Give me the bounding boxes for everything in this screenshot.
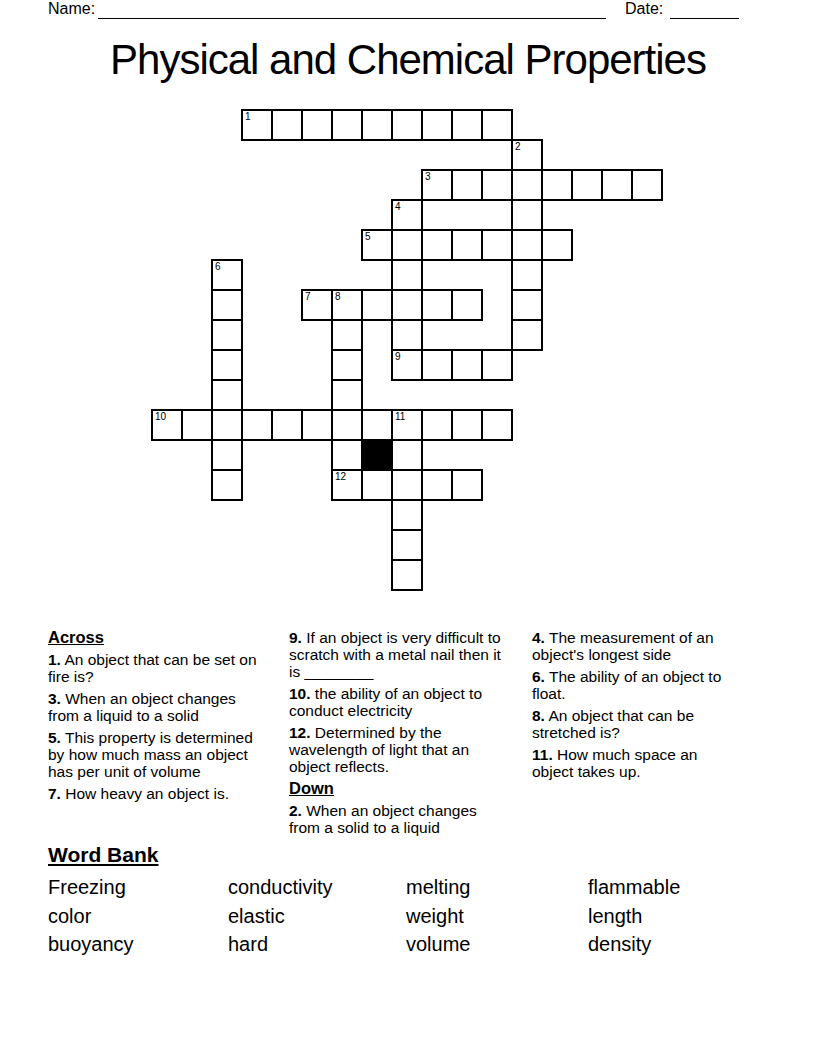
grid-cell[interactable]: 2 [511, 139, 543, 171]
grid-cell[interactable] [361, 409, 393, 441]
word-bank-item: hard [228, 930, 406, 959]
grid-cell[interactable] [451, 109, 483, 141]
grid-cell[interactable] [451, 409, 483, 441]
grid-cell[interactable]: 4 [391, 199, 423, 231]
clue-text: Determined by the wavelength of light th… [289, 724, 469, 775]
grid-cell[interactable] [391, 319, 423, 351]
grid-cell[interactable]: 9 [391, 349, 423, 381]
grid-cell[interactable] [211, 289, 243, 321]
clue-across-3: 3. When an object changes from a liquid … [48, 690, 260, 724]
clue-number-label: 12. [289, 724, 311, 741]
grid-cell[interactable] [451, 289, 483, 321]
name-label: Name: [48, 0, 95, 18]
clue-number-label: 2. [289, 802, 302, 819]
grid-cell[interactable] [331, 409, 363, 441]
grid-cell[interactable]: 1 [241, 109, 273, 141]
clue-number-label: 6. [532, 668, 545, 685]
grid-cell[interactable] [511, 229, 543, 261]
clue-across-9: 9. If an object is very difficult to scr… [289, 629, 509, 680]
grid-cell[interactable] [301, 409, 333, 441]
clue-text: This property is determined by how much … [48, 729, 253, 780]
grid-cell[interactable] [481, 169, 513, 201]
grid-cell[interactable] [391, 499, 423, 531]
grid-cell[interactable] [331, 319, 363, 351]
date-label: Date: [625, 0, 663, 18]
clue-across-10: 10. the ability of an object to conduct … [289, 685, 509, 719]
word-bank-item: weight [406, 902, 588, 931]
clue-text: When an object changes from a solid to a… [289, 802, 477, 836]
grid-cell[interactable] [421, 409, 453, 441]
date-input-line[interactable] [670, 16, 739, 19]
grid-cell[interactable] [481, 349, 513, 381]
clue-text: When an object changes from a liquid to … [48, 690, 236, 724]
clue-text: If an object is very difficult to scratc… [289, 629, 501, 680]
grid-cell[interactable] [451, 229, 483, 261]
clue-column-right: 4. The measurement of an object's longes… [532, 629, 732, 785]
word-bank-item: length [588, 902, 788, 931]
clue-number-label: 11. [532, 746, 553, 763]
grid-cell[interactable]: 3 [421, 169, 453, 201]
grid-cell[interactable] [211, 469, 243, 501]
clue-number-label: 4. [532, 629, 545, 646]
clue-column-left: Across1. An object that can be set on fi… [48, 629, 260, 807]
clue-number: 3 [425, 171, 431, 182]
word-bank-item: melting [406, 873, 588, 902]
clue-number: 9 [395, 351, 401, 362]
clue-column-middle: 9. If an object is very difficult to scr… [289, 629, 509, 841]
grid-cell[interactable] [331, 109, 363, 141]
grid-cell[interactable] [451, 469, 483, 501]
clue-number: 8 [335, 291, 341, 302]
clue-number: 11 [395, 411, 405, 422]
clue-number-label: 1. [48, 651, 61, 668]
grid-cell[interactable] [391, 439, 423, 471]
clue-number-label: 3. [48, 690, 61, 707]
grid-cell[interactable] [391, 289, 423, 321]
grid-cell[interactable]: 7 [301, 289, 333, 321]
clue-number: 4 [395, 201, 401, 212]
clue-text: The measurement of an object's longest s… [532, 629, 714, 663]
grid-cell[interactable]: 8 [331, 289, 363, 321]
grid-cell[interactable] [511, 199, 543, 231]
grid-cell[interactable] [361, 469, 393, 501]
grid-cell[interactable] [421, 109, 453, 141]
word-bank-item: density [588, 930, 788, 959]
clue-across-7: 7. How heavy an object is. [48, 785, 260, 802]
name-input-line[interactable] [98, 16, 606, 19]
clue-text: the ability of an object to conduct elec… [289, 685, 482, 719]
grid-cell[interactable] [301, 109, 333, 141]
grid-cell[interactable] [481, 109, 513, 141]
clue-text: How heavy an object is. [61, 785, 229, 802]
clue-down-6: 6. The ability of an object to float. [532, 668, 732, 702]
grid-cell[interactable] [511, 169, 543, 201]
word-bank-item: flammable [588, 873, 788, 902]
word-bank-item: elastic [228, 902, 406, 931]
grid-cell[interactable] [481, 229, 513, 261]
clue-down-2: 2. When an object changes from a solid t… [289, 802, 509, 836]
grid-cell[interactable] [421, 349, 453, 381]
clue-number: 5 [365, 231, 371, 242]
grid-cell[interactable] [511, 259, 543, 291]
clue-across-1: 1. An object that can be set on fire is? [48, 651, 260, 685]
clue-down-8: 8. An object that can be stretched is? [532, 707, 732, 741]
grid-cell[interactable] [391, 109, 423, 141]
grid-cell[interactable] [391, 229, 423, 261]
word-bank-item: buoyancy [48, 930, 228, 959]
grid-cell[interactable] [511, 319, 543, 351]
grid-cell[interactable] [331, 379, 363, 411]
grid-cell[interactable] [271, 409, 303, 441]
grid-cell[interactable] [421, 469, 453, 501]
clue-number-label: 10. [289, 685, 311, 702]
clue-number: 2 [515, 141, 521, 152]
grid-cell[interactable] [421, 229, 453, 261]
down-header: Down [289, 780, 509, 797]
clue-down-11: 11. How much space an object takes up. [532, 746, 732, 780]
grid-cell[interactable] [391, 559, 423, 591]
grid-cell[interactable] [571, 169, 603, 201]
grid-cell[interactable] [391, 469, 423, 501]
grid-cell[interactable] [421, 289, 453, 321]
grid-cell[interactable] [211, 439, 243, 471]
grid-cell[interactable] [451, 169, 483, 201]
clue-down-4: 4. The measurement of an object's longes… [532, 629, 732, 663]
grid-cell[interactable]: 6 [211, 259, 243, 291]
clue-text: An object that can be set on fire is? [48, 651, 257, 685]
grid-cell[interactable] [631, 169, 663, 201]
grid-cell[interactable] [361, 109, 393, 141]
clue-text: The ability of an object to float. [532, 668, 721, 702]
page-title: Physical and Chemical Properties [0, 36, 816, 84]
grid-cell[interactable] [481, 409, 513, 441]
clue-number-label: 8. [532, 707, 545, 724]
grid-cell[interactable] [601, 169, 633, 201]
crossword-grid: 123456789101112 [151, 109, 665, 593]
clue-across-5: 5. This property is determined by how mu… [48, 729, 260, 780]
word-bank-list: Freezingconductivitymeltingflammablecolo… [48, 873, 788, 959]
grid-cell[interactable] [241, 409, 273, 441]
grid-cell[interactable] [391, 259, 423, 291]
grid-cell[interactable]: 12 [331, 469, 363, 501]
grid-cell[interactable] [181, 409, 213, 441]
word-bank-item: volume [406, 930, 588, 959]
grid-cell[interactable] [211, 349, 243, 381]
grid-cell[interactable]: 5 [361, 229, 393, 261]
grid-cell[interactable] [211, 379, 243, 411]
word-bank-item: color [48, 902, 228, 931]
grid-cell[interactable]: 11 [391, 409, 423, 441]
clue-number: 7 [305, 291, 311, 302]
grid-cell[interactable] [451, 349, 483, 381]
grid-cell[interactable] [511, 289, 543, 321]
word-bank-header: Word Bank [48, 843, 158, 867]
clue-number: 12 [335, 471, 346, 482]
clue-number: 1 [245, 111, 251, 122]
grid-cell[interactable] [271, 109, 303, 141]
grid-cell[interactable] [541, 229, 573, 261]
clue-number: 10 [155, 411, 166, 422]
clue-text: An object that can be stretched is? [532, 707, 694, 741]
clue-number-label: 7. [48, 785, 61, 802]
clue-text: How much space an object takes up. [532, 746, 697, 780]
grid-cell[interactable] [541, 169, 573, 201]
grid-cell[interactable] [331, 439, 363, 471]
word-bank-item: Freezing [48, 873, 228, 902]
across-header: Across [48, 629, 260, 646]
clue-across-12: 12. Determined by the wavelength of ligh… [289, 724, 509, 775]
grid-cell[interactable] [331, 349, 363, 381]
clue-number-label: 5. [48, 729, 61, 746]
grid-cell[interactable] [211, 409, 243, 441]
clue-number: 6 [215, 261, 221, 272]
clue-number-label: 9. [289, 629, 302, 646]
word-bank-item: conductivity [228, 873, 406, 902]
grid-cell[interactable] [211, 319, 243, 351]
grid-cell[interactable]: 10 [151, 409, 183, 441]
grid-cell[interactable] [391, 529, 423, 561]
grid-cell[interactable] [361, 289, 393, 321]
black-cell [361, 439, 393, 471]
